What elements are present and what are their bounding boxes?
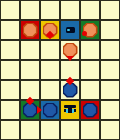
octi-logo-icon [64,105,76,115]
cell-r5c2[interactable] [41,101,59,119]
cell-r6c3[interactable] [61,121,79,139]
cell-r6c1[interactable] [21,121,39,139]
cell-r2c5[interactable] [101,41,119,59]
blue-pod[interactable] [43,103,58,118]
cell-r4c2[interactable] [41,81,59,99]
cell-r6c0[interactable] [1,121,19,139]
cell-r5c0[interactable] [1,101,19,119]
pod-fill [84,104,96,116]
cell-r6c2[interactable] [41,121,59,139]
cell-r5c4[interactable] [81,101,99,119]
pod-fill [44,104,56,116]
cell-r0c2[interactable] [41,1,59,19]
orange-pod[interactable] [23,23,38,38]
cell-r6c4[interactable] [81,121,99,139]
cell-r0c1[interactable] [21,1,39,19]
octi-logo-icon [66,27,75,33]
cell-r4c0[interactable] [1,81,19,99]
logo-part [72,109,74,113]
cell-r0c3[interactable] [61,1,79,19]
pod-fill [24,104,36,116]
cell-r2c3[interactable] [61,41,79,59]
cell-r2c4[interactable] [81,41,99,59]
cell-r0c0[interactable] [1,1,19,19]
cell-r4c4[interactable] [81,81,99,99]
cell-r0c4[interactable] [81,1,99,19]
game-board [0,0,120,140]
cell-r6c5[interactable] [101,121,119,139]
cell-r0c5[interactable] [101,1,119,19]
logo-part [67,29,70,32]
logo-part [68,108,72,113]
cell-r3c2[interactable] [41,61,59,79]
cell-r1c1[interactable] [21,21,39,39]
cell-r2c1[interactable] [21,41,39,59]
cell-r1c3[interactable] [61,21,79,39]
cell-r2c0[interactable] [1,41,19,59]
cell-r5c1[interactable] [21,101,39,119]
cell-r5c5[interactable] [101,101,119,119]
cell-r3c4[interactable] [81,61,99,79]
cell-r3c0[interactable] [1,61,19,79]
pod-fill [24,24,36,36]
cell-r5c3[interactable] [61,101,79,119]
pod-fill [64,84,76,96]
cell-r3c5[interactable] [101,61,119,79]
cell-r1c4[interactable] [81,21,99,39]
pod-fill [64,44,76,56]
prong-right-icon [37,106,42,114]
prong-down-icon [66,56,74,61]
cell-r4c5[interactable] [101,81,119,99]
cell-r2c2[interactable] [41,41,59,59]
prong-down-left-icon [82,31,87,36]
cell-r4c3[interactable] [61,81,79,99]
cell-r1c5[interactable] [101,21,119,39]
blue-pod[interactable] [83,103,98,118]
cell-r1c2[interactable] [41,21,59,39]
cell-r3c1[interactable] [21,61,39,79]
cell-r1c0[interactable] [1,21,19,39]
